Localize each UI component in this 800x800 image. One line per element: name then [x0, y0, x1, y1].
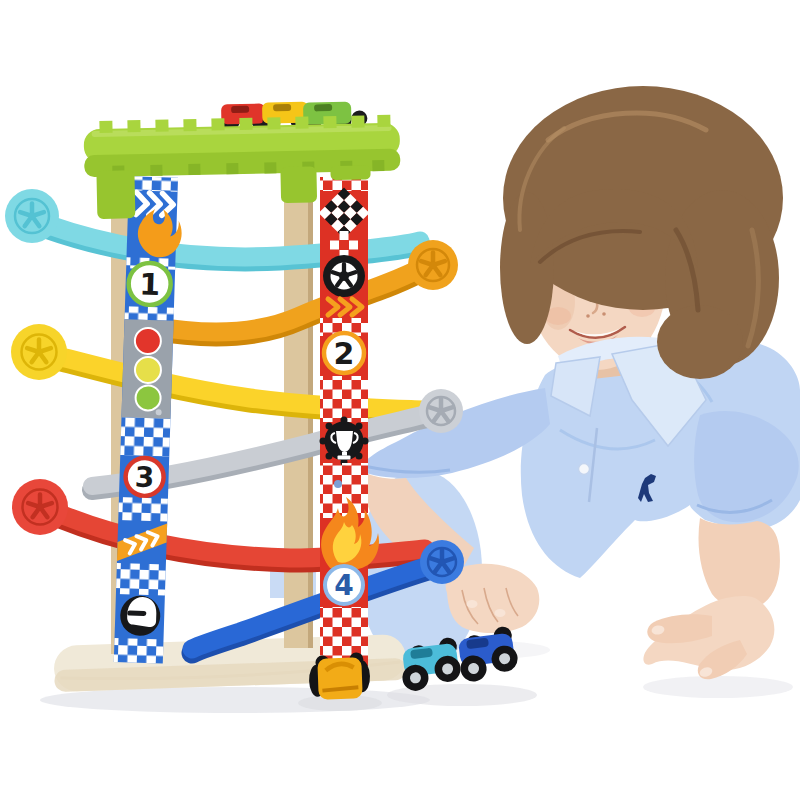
wheel-bumper-blue: [420, 540, 464, 584]
badge-3: 3: [125, 457, 164, 496]
car-yellow: [308, 652, 371, 700]
checker-band: [118, 497, 168, 522]
checker-band: [114, 638, 164, 664]
wheel-bumper-gray: [419, 389, 463, 433]
checker-band: [129, 176, 178, 192]
nostril: [586, 314, 590, 318]
fingernail: [467, 600, 478, 608]
checker-band: [120, 417, 170, 457]
checker-band: [125, 306, 174, 321]
photo-canvas: 1 3: [0, 0, 800, 800]
badge-1-number: 1: [139, 267, 161, 303]
nostril: [602, 312, 606, 316]
checker-band: [320, 376, 368, 422]
checker-band: [320, 463, 368, 518]
wheel-bumper-amber: [408, 240, 458, 290]
checker-band: [116, 563, 166, 596]
traffic-light-icon: [121, 319, 173, 418]
wheel-bumper-cyan: [5, 189, 59, 243]
badge-4: 4: [325, 566, 363, 604]
fingernail: [495, 609, 506, 617]
placket-button: [579, 464, 590, 475]
platform-bracket-right: [330, 165, 370, 180]
scene: 1 3: [0, 0, 800, 800]
sticker: [334, 480, 342, 488]
wheel-bumper-yellow: [11, 324, 67, 380]
badge-2-number: 2: [334, 336, 355, 371]
trophy-icon: [320, 417, 369, 466]
platform-bracket-left: [96, 170, 135, 219]
badge-1: 1: [128, 262, 171, 305]
platform-bracket-mid: [280, 166, 317, 203]
race-wheel-icon: [323, 255, 365, 297]
wheel-bumper-red: [12, 479, 68, 535]
badge-3-number: 3: [134, 461, 155, 495]
badge-2: 2: [324, 333, 364, 373]
badge-4-number: 4: [334, 569, 353, 602]
